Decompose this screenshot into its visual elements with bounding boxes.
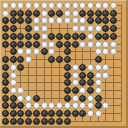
black-stone	[2, 64, 9, 71]
black-stone	[64, 33, 71, 40]
white-stone	[87, 33, 94, 40]
black-stone	[2, 118, 9, 125]
white-stone	[87, 64, 94, 71]
black-stone	[72, 33, 79, 40]
black-stone	[87, 87, 94, 94]
black-stone	[10, 41, 17, 48]
white-stone	[72, 25, 79, 32]
white-stone	[95, 2, 102, 9]
black-stone	[64, 56, 71, 63]
white-stone	[72, 95, 79, 102]
white-stone	[95, 72, 102, 79]
black-stone	[10, 56, 17, 63]
white-stone	[48, 41, 55, 48]
black-stone	[72, 110, 79, 117]
white-stone	[72, 2, 79, 9]
black-stone	[10, 110, 17, 117]
black-stone	[10, 25, 17, 32]
black-stone	[64, 41, 71, 48]
black-stone	[87, 10, 94, 17]
black-stone	[33, 33, 40, 40]
white-stone	[41, 25, 48, 32]
black-stone	[64, 72, 71, 79]
white-stone	[87, 2, 94, 9]
black-stone	[72, 41, 79, 48]
go-board[interactable]	[0, 0, 128, 128]
black-stone	[2, 87, 9, 94]
black-stone	[33, 118, 40, 125]
black-stone	[41, 118, 48, 125]
black-stone	[48, 118, 55, 125]
white-stone	[10, 79, 17, 86]
white-stone	[25, 95, 32, 102]
white-stone	[64, 2, 71, 9]
black-stone	[56, 33, 63, 40]
black-stone	[2, 72, 9, 79]
white-stone	[95, 110, 102, 117]
white-stone	[95, 41, 102, 48]
black-stone	[41, 110, 48, 117]
black-stone	[56, 41, 63, 48]
white-stone	[72, 10, 79, 17]
white-stone	[10, 64, 17, 71]
black-stone	[87, 72, 94, 79]
white-stone	[41, 41, 48, 48]
black-stone	[2, 95, 9, 102]
black-stone	[64, 95, 71, 102]
white-stone	[64, 10, 71, 17]
white-stone	[110, 41, 117, 48]
white-stone	[72, 72, 79, 79]
black-stone	[25, 118, 32, 125]
black-stone	[33, 10, 40, 17]
white-stone	[95, 25, 102, 32]
black-stone	[41, 48, 48, 55]
black-stone	[64, 118, 71, 125]
white-stone	[10, 87, 17, 94]
black-stone	[25, 41, 32, 48]
white-stone	[41, 10, 48, 17]
white-stone	[41, 2, 48, 9]
black-stone	[79, 10, 86, 17]
white-stone	[33, 2, 40, 9]
black-stone	[79, 72, 86, 79]
black-stone	[95, 56, 102, 63]
white-stone	[2, 10, 9, 17]
white-stone	[95, 64, 102, 71]
white-stone	[87, 41, 94, 48]
black-stone	[2, 41, 9, 48]
black-stone	[33, 41, 40, 48]
black-stone	[64, 110, 71, 117]
black-stone	[10, 118, 17, 125]
white-stone	[10, 72, 17, 79]
white-stone	[41, 33, 48, 40]
black-stone	[95, 10, 102, 17]
black-stone	[95, 33, 102, 40]
black-stone	[56, 118, 63, 125]
black-stone	[17, 118, 24, 125]
black-stone	[25, 10, 32, 17]
black-stone	[33, 95, 40, 102]
black-stone	[10, 95, 17, 102]
black-stone	[72, 87, 79, 94]
white-stone	[87, 95, 94, 102]
white-stone	[79, 41, 86, 48]
black-stone	[95, 95, 102, 102]
white-stone	[72, 64, 79, 71]
white-stone	[72, 79, 79, 86]
white-stone	[95, 87, 102, 94]
black-stone	[10, 10, 17, 17]
black-stone	[64, 87, 71, 94]
black-stone	[64, 64, 71, 71]
black-stone	[2, 33, 9, 40]
black-stone	[110, 10, 117, 17]
white-stone	[2, 2, 9, 9]
black-stone	[56, 10, 63, 17]
white-stone	[10, 2, 17, 9]
black-stone	[10, 33, 17, 40]
